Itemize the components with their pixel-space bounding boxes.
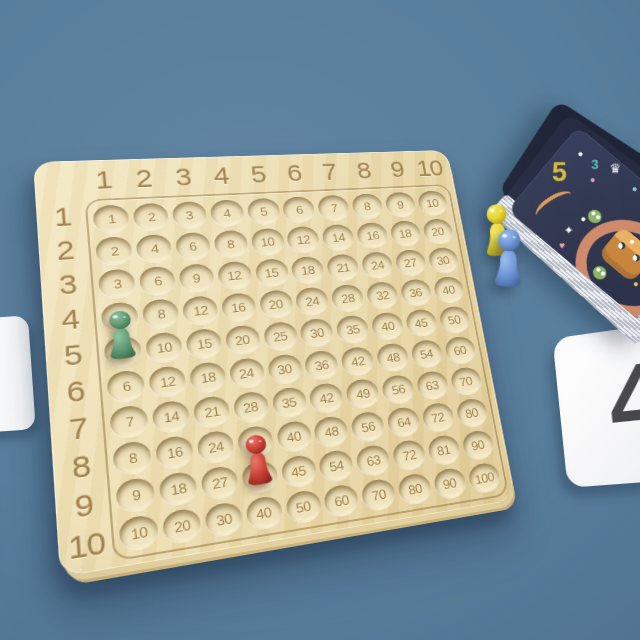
board-cell-7x7[interactable]: 49 — [342, 375, 383, 412]
board-cell-8x9[interactable]: 72 — [418, 399, 458, 436]
cell-hole: 30 — [299, 318, 335, 348]
cell-value: 80 — [464, 405, 479, 421]
cell-hole: 16 — [155, 435, 194, 470]
board-cell-3x2[interactable]: 6 — [136, 263, 179, 298]
cell-hole: 10 — [416, 190, 448, 215]
cell-value: 42 — [350, 353, 366, 369]
board-cell-3x5[interactable]: 15 — [251, 256, 292, 290]
cell-hole: 9 — [384, 192, 417, 217]
cell-value: 3 — [113, 276, 123, 291]
board-cell-1x7[interactable]: 7 — [314, 192, 353, 223]
cell-value: 20 — [173, 516, 191, 535]
board-cell-10x5[interactable]: 50 — [282, 486, 326, 528]
cell-value: 60 — [333, 491, 350, 509]
cell-hole: 18 — [189, 361, 227, 393]
board-cell-9x7[interactable]: 63 — [352, 441, 394, 480]
board-cell-10x2[interactable]: 20 — [159, 504, 205, 548]
doodle-comet — [531, 186, 577, 225]
cell-value: 18 — [300, 262, 316, 277]
cell-value: 21 — [335, 260, 351, 274]
cell-value: 30 — [277, 361, 293, 377]
cell-hole: 7 — [317, 195, 351, 221]
board-cell-10x1[interactable]: 10 — [116, 510, 163, 555]
cell-value: 16 — [230, 299, 246, 315]
board-cell-3x7[interactable]: 21 — [323, 251, 362, 284]
cell-hole: 8 — [142, 298, 180, 329]
cell-value: 20 — [430, 224, 445, 237]
cell-hole: 10 — [250, 228, 285, 256]
cell-value: 27 — [211, 473, 229, 491]
cell-value: 24 — [207, 438, 224, 456]
cell-value: 10 — [156, 339, 173, 356]
cell-hole: 2 — [95, 236, 133, 265]
cell-value: 60 — [452, 342, 467, 357]
board-cell-4x2[interactable]: 8 — [139, 295, 182, 332]
cell-hole: 56 — [350, 410, 386, 442]
cell-hole: 60 — [443, 336, 477, 365]
cell-value: 72 — [401, 446, 417, 463]
peg-green-glyph — [98, 308, 145, 362]
peg-red-glyph — [234, 431, 281, 488]
cell-hole: 14 — [321, 224, 355, 251]
cell-value: 14 — [331, 230, 346, 244]
board-cell-9x9[interactable]: 81 — [424, 431, 464, 469]
peg-blue-glyph — [486, 227, 531, 288]
cell-value: 63 — [365, 452, 381, 469]
board-cell-7x2[interactable]: 14 — [149, 396, 194, 436]
cell-value: 18 — [199, 369, 216, 386]
cell-hole: 20 — [224, 324, 261, 355]
cell-value: 9 — [131, 486, 141, 504]
cell-value: 36 — [314, 357, 330, 373]
cell-value: 42 — [318, 390, 334, 406]
cell-hole: 90 — [432, 467, 467, 500]
board-cell-7x8[interactable]: 56 — [378, 371, 418, 407]
cell-value: 8 — [128, 449, 138, 466]
cell-hole: 2 — [133, 203, 170, 231]
board-cell-8x10[interactable]: 80 — [452, 395, 491, 431]
column-header-5: 5 — [249, 161, 267, 189]
board-cell-1x1[interactable]: 1 — [90, 202, 133, 236]
cell-hole: 3 — [171, 201, 207, 229]
cell-hole: 24 — [196, 430, 235, 464]
cell-hole: 63 — [355, 444, 391, 477]
cell-value: 18 — [169, 479, 187, 498]
board-cell-7x1[interactable]: 7 — [107, 401, 152, 442]
board-cell-10x9[interactable]: 90 — [430, 464, 471, 503]
cell-hole: 48 — [375, 342, 410, 372]
board-cell-2x7[interactable]: 14 — [319, 221, 358, 253]
cell-value: 4 — [150, 241, 159, 255]
peg-red[interactable] — [234, 431, 281, 492]
board-cell-5x8[interactable]: 40 — [368, 309, 407, 343]
cell-value: 10 — [130, 523, 148, 543]
board-cell-2x5[interactable]: 10 — [247, 225, 287, 258]
cell-value: 28 — [243, 398, 260, 415]
cell-value: 30 — [215, 510, 233, 529]
cell-hole: 28 — [232, 391, 270, 424]
cell-value: 28 — [340, 291, 356, 306]
board-cell-1x8[interactable]: 8 — [348, 191, 386, 222]
cell-hole: 16 — [220, 292, 257, 322]
cell-value: 64 — [396, 414, 412, 430]
cell-hole: 70 — [449, 366, 483, 396]
board-cell-2x9[interactable]: 18 — [386, 218, 424, 249]
cell-value: 70 — [370, 486, 387, 504]
cell-hole: 35 — [271, 386, 308, 418]
cell-hole: 6 — [175, 232, 212, 260]
cell-value: 12 — [192, 302, 209, 318]
cell-hole: 54 — [318, 449, 355, 483]
cell-hole: 3 — [98, 268, 136, 298]
cell-value: 40 — [441, 282, 456, 296]
board-cell-1x9[interactable]: 9 — [382, 189, 420, 219]
board-cell-3x3[interactable]: 9 — [176, 261, 218, 296]
board-cell-1x2[interactable]: 2 — [130, 200, 172, 233]
board-cell-4x5[interactable]: 20 — [255, 287, 296, 322]
board-cell-4x9[interactable]: 36 — [397, 276, 436, 309]
cell-value: 6 — [153, 273, 162, 288]
board-cell-6x9[interactable]: 54 — [407, 336, 446, 371]
column-header-10: 10 — [415, 155, 445, 181]
cell-hole: 12 — [217, 261, 253, 290]
cell-hole: 36 — [399, 279, 433, 307]
doodle-squiggle: 3 — [591, 158, 598, 171]
row-header-4: 4 — [60, 303, 80, 336]
cell-hole: 32 — [365, 281, 399, 309]
cell-hole: 4 — [136, 234, 173, 263]
cell-hole: 54 — [410, 339, 444, 368]
cell-hole: 40 — [245, 495, 284, 531]
board-cell-9x8[interactable]: 72 — [389, 436, 430, 475]
cell-value: 21 — [203, 403, 220, 420]
cell-hole: 4 — [209, 199, 245, 226]
cell-hole: 72 — [391, 439, 427, 472]
cell-hole: 5 — [246, 198, 281, 225]
cell-hole: 24 — [360, 251, 394, 278]
board-cell-2x3[interactable]: 6 — [172, 229, 214, 263]
board-cell-6x2[interactable]: 12 — [146, 362, 190, 401]
cell-value: 10 — [425, 196, 440, 209]
cell-hole: 100 — [467, 462, 502, 494]
board-cell-6x5[interactable]: 30 — [264, 350, 306, 387]
cell-hole: 90 — [461, 429, 495, 461]
board-cell-7x6[interactable]: 42 — [306, 379, 348, 417]
cell-hole: 24 — [228, 357, 265, 389]
board-cell-7x10[interactable]: 70 — [446, 364, 485, 399]
board-cell-9x4[interactable]: 36 — [238, 456, 282, 497]
cell-hole: 6 — [282, 196, 316, 222]
cell-value: 2 — [110, 243, 119, 258]
cell-hole: 40 — [370, 311, 404, 340]
board-cell-1x3[interactable]: 3 — [169, 199, 210, 232]
cell-hole: 10 — [145, 331, 183, 363]
cell-hole: 80 — [455, 397, 489, 428]
cell-value: 24 — [238, 365, 255, 381]
board-cell-1x5[interactable]: 5 — [243, 195, 283, 227]
board-cell-6x4[interactable]: 24 — [226, 354, 269, 392]
cell-value: 72 — [430, 409, 446, 425]
board-cell-5x1[interactable]: 5 — [101, 332, 146, 370]
cell-value: 40 — [380, 318, 396, 333]
cell-hole: 20 — [422, 218, 454, 244]
board-cell-4x7[interactable]: 28 — [328, 281, 368, 315]
board-cell-9x6[interactable]: 54 — [315, 446, 357, 486]
cell-hole: 64 — [386, 406, 421, 438]
board-cell-10x7[interactable]: 70 — [358, 474, 400, 515]
cell-value: 40 — [286, 428, 303, 445]
row-header-9: 9 — [73, 487, 94, 525]
board-cell-9x5[interactable]: 45 — [277, 451, 320, 492]
table-scene: 12345678910 12345678910 1234567891024681… — [0, 0, 640, 640]
board-cell-5x5[interactable]: 25 — [260, 318, 302, 354]
board-cell-5x2[interactable]: 10 — [142, 328, 186, 366]
cell-value: 9 — [192, 270, 201, 285]
cell-value: 80 — [407, 480, 423, 497]
cell-hole: 12 — [286, 226, 321, 253]
cell-value: 6 — [188, 239, 197, 253]
cell-hole: 48 — [313, 415, 350, 448]
cell-value: 14 — [162, 408, 180, 426]
board-cell-3x9[interactable]: 27 — [392, 247, 430, 279]
cell-hole: 72 — [421, 402, 456, 433]
board-cell-8x3[interactable]: 24 — [193, 426, 237, 467]
board-cell-10x3[interactable]: 30 — [201, 498, 246, 542]
cell-hole: 12 — [182, 295, 219, 325]
column-header-2: 2 — [135, 164, 153, 193]
doodle-numeral-5: 5 — [552, 159, 567, 186]
board-cell-5x9[interactable]: 45 — [402, 306, 441, 340]
board-cell-1x10[interactable]: 10 — [414, 188, 451, 218]
board-cell-9x10[interactable]: 90 — [458, 426, 498, 463]
board-cell-8x8[interactable]: 64 — [383, 403, 424, 441]
board-cell-10x10[interactable]: 100 — [464, 459, 504, 498]
row-header-3: 3 — [58, 269, 77, 301]
cell-value: 5 — [259, 204, 268, 218]
cell-value: 20 — [268, 296, 284, 311]
column-header-7: 7 — [320, 159, 338, 186]
board-cell-4x3[interactable]: 12 — [179, 292, 222, 328]
row-header-8: 8 — [71, 449, 91, 486]
cell-value: 63 — [425, 377, 441, 393]
cell-hole: 7 — [110, 404, 150, 439]
cell-hole: 9 — [178, 263, 215, 292]
cell-hole: 42 — [308, 382, 344, 414]
cell-hole: 28 — [330, 284, 365, 312]
cell-value: 35 — [345, 322, 361, 337]
cell-value: 70 — [458, 373, 473, 388]
column-header-4: 4 — [212, 162, 230, 190]
board-cell-6x8[interactable]: 48 — [373, 340, 413, 375]
cell-value: 2 — [146, 210, 155, 224]
cell-hole: 81 — [426, 434, 461, 466]
cell-value: 16 — [365, 228, 380, 242]
cell-hole: 70 — [360, 478, 397, 512]
board-cell-3x6[interactable]: 18 — [288, 253, 328, 286]
cell-hole: 1 — [93, 205, 130, 233]
board-cell-3x4[interactable]: 12 — [214, 258, 255, 292]
cell-value: 30 — [436, 253, 451, 267]
cell-value: 8 — [156, 306, 166, 321]
board-grid: 1234567891024681012141618203691215182124… — [90, 188, 504, 555]
row-header-6: 6 — [65, 374, 85, 409]
column-header-3: 3 — [174, 163, 192, 191]
board-cell-8x1[interactable]: 8 — [110, 437, 156, 479]
cell-value: 40 — [255, 503, 272, 522]
heart-icon: ♥ — [559, 241, 565, 251]
board-cell-8x7[interactable]: 56 — [347, 408, 388, 446]
cell-hole: 20 — [162, 507, 202, 544]
board-cell-3x10[interactable]: 30 — [424, 244, 462, 275]
cell-value: 4 — [222, 206, 231, 220]
cell-value: 49 — [355, 385, 371, 401]
peg-green[interactable] — [98, 308, 145, 365]
cell-value: 24 — [304, 293, 320, 308]
doodle-confetti-dots — [578, 151, 584, 157]
board-cell-2x6[interactable]: 12 — [284, 223, 324, 255]
board-cell-6x7[interactable]: 42 — [337, 343, 378, 379]
cell-value: 48 — [385, 349, 401, 364]
cell-value: 20 — [234, 332, 251, 348]
column-header-9: 9 — [388, 157, 406, 183]
cell-hole: 6 — [107, 369, 146, 402]
board-cell-8x5[interactable]: 40 — [273, 417, 316, 456]
row-header-10: 10 — [67, 525, 106, 567]
board-cell-4x8[interactable]: 32 — [363, 279, 402, 312]
cell-hole: 24 — [295, 287, 330, 316]
multiplication-board: 12345678910 12345678910 1234567891024681… — [33, 150, 515, 577]
cell-value: 32 — [375, 288, 390, 303]
board-cell-1x4[interactable]: 4 — [207, 197, 248, 229]
cell-value: 54 — [328, 457, 345, 474]
board-cell-2x1[interactable]: 2 — [93, 233, 136, 268]
cell-value: 50 — [295, 497, 312, 515]
cell-hole: 14 — [152, 400, 191, 434]
answer-card-number: 4 — [603, 338, 640, 460]
column-header-1: 1 — [94, 166, 113, 195]
cell-hole: 10 — [119, 514, 160, 552]
board-cell-2x10[interactable]: 20 — [419, 216, 456, 247]
board-cell-2x8[interactable]: 16 — [353, 220, 391, 251]
cell-value: 45 — [414, 315, 429, 330]
board-cell-4x6[interactable]: 24 — [292, 284, 332, 318]
row-header-1: 1 — [53, 202, 72, 232]
cell-value: 8 — [363, 199, 372, 212]
board-cell-7x3[interactable]: 21 — [190, 392, 234, 432]
cell-hole: 16 — [356, 222, 390, 248]
board-cell-5x10[interactable]: 50 — [435, 303, 473, 336]
cell-value: 100 — [473, 469, 495, 487]
cell-hole: 21 — [193, 395, 231, 428]
board-cell-6x1[interactable]: 6 — [104, 366, 149, 406]
cell-hole: 8 — [113, 440, 153, 476]
board-cell-2x4[interactable]: 8 — [210, 227, 251, 260]
cell-value: 8 — [226, 237, 235, 251]
cell-value: 24 — [370, 258, 385, 272]
board-cell-5x3[interactable]: 15 — [182, 325, 225, 362]
cell-hole: 15 — [254, 258, 290, 286]
column-header-8: 8 — [355, 158, 373, 184]
cell-value: 16 — [166, 443, 184, 461]
crown-icon: ♛ — [609, 162, 621, 175]
cell-hole: 30 — [204, 501, 243, 538]
cell-value: 18 — [398, 226, 413, 240]
cell-value: 15 — [264, 265, 280, 280]
row-header-5: 5 — [63, 339, 83, 373]
cell-value: 12 — [159, 373, 176, 390]
board-cell-5x7[interactable]: 35 — [333, 312, 373, 347]
board-cell-6x3[interactable]: 18 — [186, 358, 229, 396]
cell-hole: 12 — [148, 365, 187, 398]
board-cell-4x10[interactable]: 40 — [430, 273, 468, 305]
cell-hole: 40 — [432, 276, 465, 303]
cell-hole: 63 — [415, 370, 449, 400]
cell-hole: 45 — [404, 308, 438, 336]
cell-hole: 18 — [158, 471, 198, 507]
cell-hole: 40 — [275, 420, 312, 453]
cell-value: 7 — [125, 413, 135, 430]
cell-hole: 50 — [438, 306, 471, 334]
board-cell-7x5[interactable]: 35 — [268, 383, 310, 421]
board-cell-2x2[interactable]: 4 — [133, 231, 176, 265]
board-cell-1x6[interactable]: 6 — [279, 194, 318, 225]
cell-hole: 15 — [185, 328, 223, 359]
cell-value: 50 — [447, 312, 462, 327]
cell-value: 54 — [419, 346, 434, 361]
cell-hole: 49 — [345, 378, 381, 409]
row-header-7: 7 — [68, 411, 88, 447]
board-cell-6x10[interactable]: 60 — [441, 333, 480, 367]
board-cell-6x6[interactable]: 36 — [301, 347, 342, 384]
cell-value: 45 — [290, 462, 307, 480]
board-cell-8x2[interactable]: 16 — [152, 432, 197, 474]
cell-hole: 9 — [116, 476, 157, 513]
cell-hole: 80 — [397, 472, 433, 506]
peg-blue[interactable] — [486, 227, 531, 292]
board-cell-10x6[interactable]: 60 — [320, 480, 363, 521]
cell-hole: 56 — [381, 374, 416, 405]
cell-hole: 30 — [427, 247, 460, 273]
cell-hole: 60 — [323, 483, 360, 518]
cell-value: 6 — [295, 203, 304, 216]
board-cell-5x6[interactable]: 30 — [297, 315, 338, 350]
cell-hole: 27 — [394, 249, 427, 276]
cell-value: 48 — [323, 423, 340, 440]
board-cell-7x4[interactable]: 28 — [230, 388, 273, 427]
board-cell-3x8[interactable]: 24 — [358, 249, 397, 281]
board-panel: 1234567891024681012141618203691215182124… — [84, 184, 509, 561]
cell-hole: 8 — [351, 193, 384, 219]
cell-hole: 20 — [258, 289, 294, 318]
cell-value: 90 — [442, 475, 458, 492]
board-cell-8x6[interactable]: 48 — [310, 412, 352, 451]
cell-hole: 21 — [326, 254, 360, 282]
cell-value: 56 — [390, 381, 406, 397]
board-cell-4x4[interactable]: 16 — [218, 289, 260, 324]
star-icon: ✦ — [564, 224, 574, 236]
cell-value: 15 — [196, 335, 213, 351]
column-header-6: 6 — [285, 160, 303, 187]
board-cell-10x4[interactable]: 40 — [242, 492, 286, 535]
board-cell-10x8[interactable]: 80 — [394, 469, 435, 509]
answer-card-left[interactable] — [0, 315, 36, 438]
cell-value: 9 — [396, 198, 405, 211]
board-cell-7x9[interactable]: 63 — [413, 367, 453, 403]
board-cell-5x4[interactable]: 20 — [222, 322, 264, 359]
board-cell-3x1[interactable]: 3 — [95, 266, 139, 302]
cell-hole: 6 — [139, 266, 177, 296]
cell-hole: 18 — [389, 220, 422, 246]
